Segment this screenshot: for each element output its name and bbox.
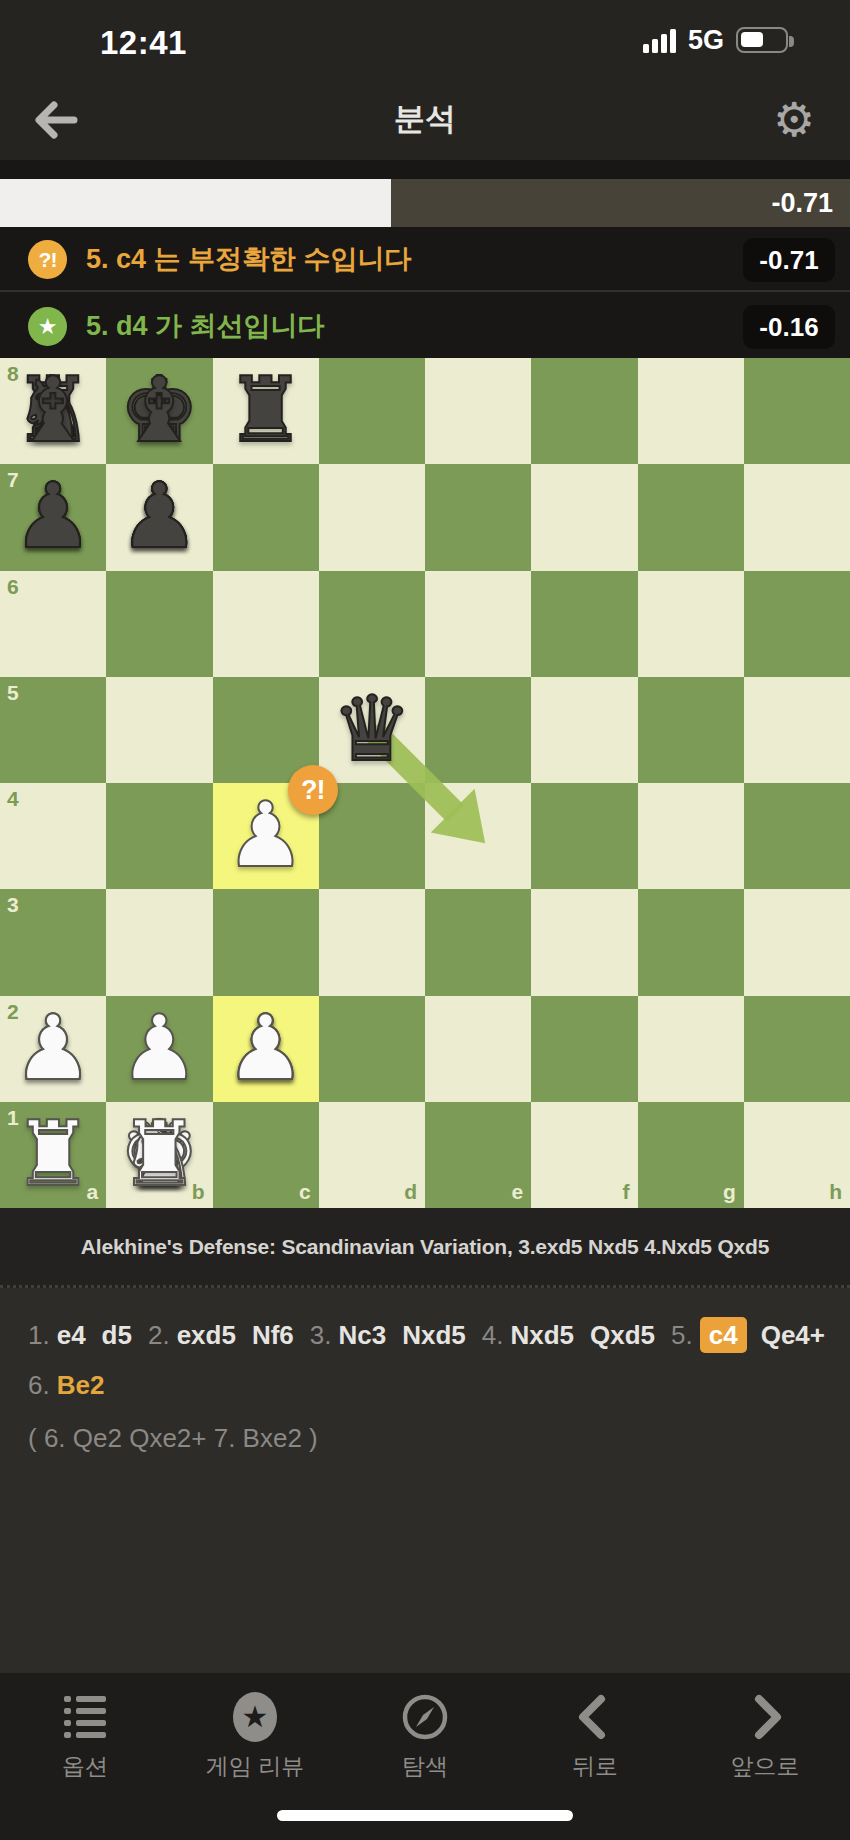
compass-icon (355, 1691, 495, 1743)
file-label-f: f (623, 1180, 630, 1204)
nav-game-review[interactable]: ★ 게임 리뷰 (185, 1691, 325, 1801)
rank-label-6: 6 (7, 575, 19, 599)
square-d1[interactable]: d (319, 1102, 425, 1208)
square-h1[interactable]: h (744, 1102, 850, 1208)
square-g4[interactable] (638, 783, 744, 889)
move-token-Nxd5[interactable]: Nxd5 (402, 1320, 466, 1350)
square-b5[interactable] (106, 677, 212, 783)
piece-black-bishop-a8[interactable]: ♝ (0, 358, 106, 464)
square-h6[interactable] (744, 571, 850, 677)
chevron-right-icon (695, 1691, 835, 1743)
variation-line: ( 6. Qe2 Qxe2+ 7. Bxe2 ) (28, 1414, 822, 1462)
home-indicator[interactable] (277, 1810, 573, 1821)
move-token-Nc3[interactable]: Nc3 (339, 1320, 387, 1350)
square-e8[interactable] (425, 358, 531, 464)
square-e7[interactable] (425, 464, 531, 570)
file-label-c: c (299, 1180, 311, 1204)
rank-label-4: 4 (7, 787, 19, 811)
square-h4[interactable] (744, 783, 850, 889)
square-d3[interactable] (319, 889, 425, 995)
square-h3[interactable] (744, 889, 850, 995)
network-type-label: 5G (688, 25, 724, 56)
move-token-e4[interactable]: e4 (57, 1320, 86, 1350)
analysis-screen: 12:41 5G 분석 ⚙ -0.71 ?! 5. c4 는 부정확한 수 (0, 0, 850, 1840)
move-row-2: 6.Be2 (28, 1360, 822, 1410)
square-f4[interactable] (531, 783, 637, 889)
square-h8[interactable] (744, 358, 850, 464)
piece-black-pawn-a7[interactable]: ♟ (0, 464, 106, 570)
opening-bar: Alekhine's Defense: Scandinavian Variati… (0, 1208, 850, 1288)
nav-options[interactable]: 옵션 (15, 1691, 155, 1801)
header: 분석 ⚙ (0, 80, 850, 160)
square-a3[interactable]: 3 (0, 889, 106, 995)
file-label-e: e (512, 1180, 524, 1204)
star-circle-icon: ★ (185, 1691, 325, 1743)
square-d6[interactable] (319, 571, 425, 677)
piece-black-bishop-b8[interactable]: ♝ (106, 358, 212, 464)
piece-black-queen-d5[interactable]: ♛ (319, 677, 425, 783)
square-f6[interactable] (531, 571, 637, 677)
opening-name: Alekhine's Defense: Scandinavian Variati… (0, 1208, 850, 1286)
file-label-h: h (829, 1180, 842, 1204)
square-e2[interactable] (425, 996, 531, 1102)
square-e5[interactable] (425, 677, 531, 783)
piece-white-pawn-c2[interactable]: ♟ (213, 996, 319, 1102)
piece-black-rook-c8[interactable]: ♜ (213, 358, 319, 464)
inaccuracy-icon: ?! (28, 240, 67, 279)
nav-back-move[interactable]: 뒤로 (525, 1691, 665, 1801)
square-f8[interactable] (531, 358, 637, 464)
square-g8[interactable] (638, 358, 744, 464)
square-a6[interactable]: 6 (0, 571, 106, 677)
square-d2[interactable] (319, 996, 425, 1102)
settings-button[interactable]: ⚙ (766, 90, 822, 150)
piece-black-pawn-b7[interactable]: ♟ (106, 464, 212, 570)
square-b6[interactable] (106, 571, 212, 677)
move-token-Nf6[interactable]: Nf6 (252, 1320, 294, 1350)
status-bar: 12:41 5G (0, 0, 850, 80)
square-c1[interactable]: c (213, 1102, 319, 1208)
move-number: 5. (671, 1320, 693, 1350)
clock-time: 12:41 (100, 0, 187, 80)
square-b4[interactable] (106, 783, 212, 889)
square-h2[interactable] (744, 996, 850, 1102)
status-indicators: 5G (643, 0, 788, 80)
square-f1[interactable]: f (531, 1102, 637, 1208)
inaccuracy-badge-on-board: ?! (288, 765, 338, 815)
move-token-Qxd5[interactable]: Qxd5 (590, 1320, 655, 1350)
square-h5[interactable] (744, 677, 850, 783)
square-e4[interactable] (425, 783, 531, 889)
square-g5[interactable] (638, 677, 744, 783)
square-d8[interactable] (319, 358, 425, 464)
square-f3[interactable] (531, 889, 637, 995)
piece-white-pawn-a2[interactable]: ♟ (0, 996, 106, 1102)
square-f5[interactable] (531, 677, 637, 783)
chevron-left-icon (525, 1691, 665, 1743)
page-title: 분석 (0, 80, 850, 160)
square-g1[interactable]: g (638, 1102, 744, 1208)
square-e3[interactable] (425, 889, 531, 995)
file-label-g: g (723, 1180, 736, 1204)
square-e1[interactable]: e (425, 1102, 531, 1208)
move-token-Nxd5[interactable]: Nxd5 (510, 1320, 574, 1350)
signal-strength-icon (643, 27, 676, 53)
square-e6[interactable] (425, 571, 531, 677)
move-list: 1.e4d52.exd5Nf63.Nc3Nxd54.Nxd5Qxd55.c4Qe… (0, 1288, 850, 1673)
move-number: 2. (148, 1320, 170, 1350)
square-f7[interactable] (531, 464, 637, 570)
square-g3[interactable] (638, 889, 744, 995)
best-move-text: 5. d4 가 최선입니다 (86, 294, 325, 359)
piece-white-pawn-b2[interactable]: ♟ (106, 996, 212, 1102)
square-h7[interactable] (744, 464, 850, 570)
move-token-d5[interactable]: d5 (102, 1320, 132, 1350)
move-token-Be2[interactable]: Be2 (57, 1370, 105, 1400)
gear-icon: ⚙ (773, 92, 815, 147)
inaccuracy-text: 5. c4 는 부정확한 수입니다 (86, 227, 412, 292)
bottom-nav: 옵션 ★ 게임 리뷰 탐색 (0, 1673, 850, 1840)
move-number: 1. (28, 1320, 50, 1350)
square-f2[interactable] (531, 996, 637, 1102)
square-g6[interactable] (638, 571, 744, 677)
nav-forward-move[interactable]: 앞으로 (695, 1691, 835, 1801)
move-number: 3. (310, 1320, 332, 1350)
svg-text:★: ★ (242, 1699, 269, 1734)
rank-label-3: 3 (7, 893, 19, 917)
square-c7[interactable] (213, 464, 319, 570)
piece-white-rook-b1[interactable]: ♜ (106, 1102, 212, 1208)
list-icon (15, 1691, 155, 1743)
move-token-c4[interactable]: c4 (700, 1317, 747, 1353)
square-b3[interactable] (106, 889, 212, 995)
evaluation-value: -0.71 (771, 179, 833, 227)
square-c6[interactable] (213, 571, 319, 677)
square-a5[interactable]: 5 (0, 677, 106, 783)
square-c3[interactable] (213, 889, 319, 995)
move-row-1: 1.e4d52.exd5Nf63.Nc3Nxd54.Nxd5Qxd55.c4Qe… (28, 1310, 822, 1360)
square-g7[interactable] (638, 464, 744, 570)
rank-label-5: 5 (7, 681, 19, 705)
analysis-panel: -0.71 ?! 5. c4 는 부정확한 수입니다 -0.71 ★ 5. d4… (0, 160, 850, 358)
evaluation-bar-white-portion (0, 179, 391, 227)
piece-white-rook-a1[interactable]: ♜ (0, 1102, 106, 1208)
move-number: 6. (28, 1370, 50, 1400)
move-number: 4. (482, 1320, 504, 1350)
battery-icon (736, 27, 788, 53)
nav-explore[interactable]: 탐색 (355, 1691, 495, 1801)
inaccuracy-eval-pill: -0.71 (743, 238, 835, 282)
move-token-Qe4+[interactable]: Qe4+ (761, 1320, 825, 1350)
chess-board[interactable]: 87654321abcdefgh♜♞♝♚♝♜♟♟♟♟♟♟♟♛♟♟♟♟♟♟♟♜♝♛… (0, 358, 850, 1208)
best-move-eval-pill: -0.16 (743, 305, 835, 349)
best-move-star-icon: ★ (28, 307, 67, 346)
square-g2[interactable] (638, 996, 744, 1102)
move-token-exd5[interactable]: exd5 (177, 1320, 236, 1350)
square-d7[interactable] (319, 464, 425, 570)
file-label-d: d (404, 1180, 417, 1204)
inaccuracy-row[interactable]: ?! 5. c4 는 부정확한 수입니다 -0.71 (0, 227, 850, 292)
best-move-row[interactable]: ★ 5. d4 가 최선입니다 -0.16 (0, 294, 850, 359)
evaluation-bar: -0.71 (0, 179, 850, 227)
square-a4[interactable]: 4 (0, 783, 106, 889)
